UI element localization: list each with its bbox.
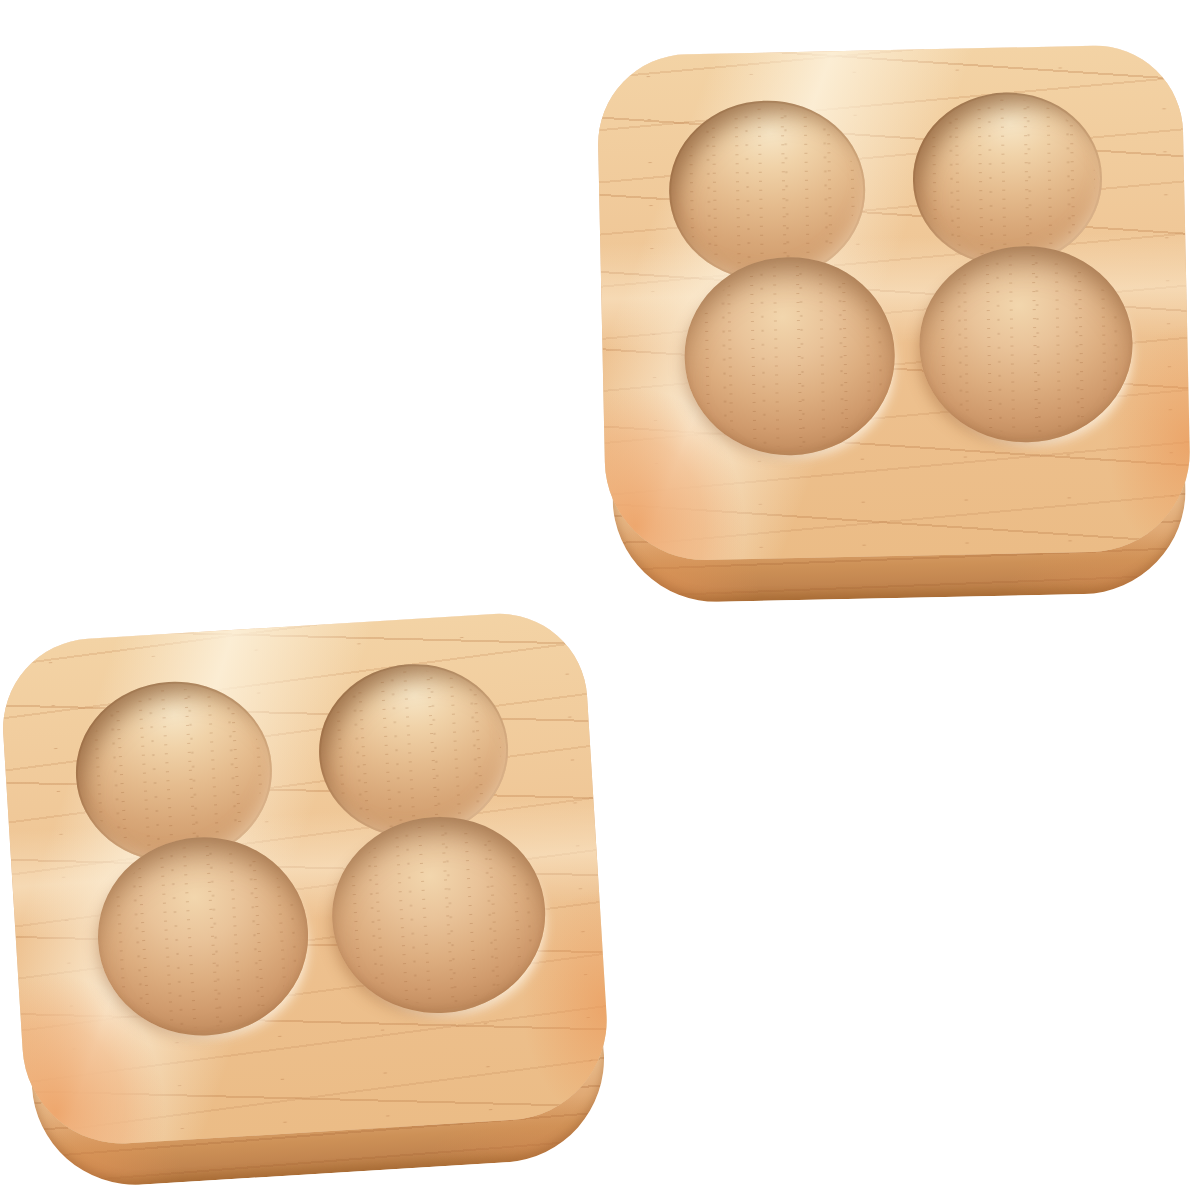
- tray-top-right: [596, 44, 1192, 604]
- tray-top-face: [596, 44, 1191, 562]
- scene: [0, 0, 1200, 1200]
- product-photo-page: { "meta": { "content_type": "product pho…: [0, 0, 1200, 1200]
- tray-bottom-left: [0, 609, 615, 1192]
- tray-top-face: [0, 609, 613, 1150]
